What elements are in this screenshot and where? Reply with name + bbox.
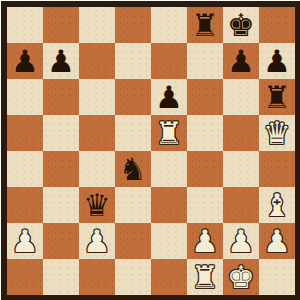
square-h8[interactable] bbox=[259, 7, 295, 43]
square-h4[interactable] bbox=[259, 151, 295, 187]
square-d8[interactable] bbox=[115, 7, 151, 43]
square-c2[interactable]: ♟ bbox=[79, 223, 115, 259]
square-e2[interactable] bbox=[151, 223, 187, 259]
black-rook[interactable]: ♜ bbox=[259, 79, 295, 115]
square-f8[interactable]: ♜ bbox=[187, 7, 223, 43]
square-h1[interactable] bbox=[259, 259, 295, 295]
square-b4[interactable] bbox=[43, 151, 79, 187]
square-e3[interactable] bbox=[151, 187, 187, 223]
square-a2[interactable]: ♟ bbox=[7, 223, 43, 259]
square-e6[interactable]: ♟ bbox=[151, 79, 187, 115]
square-d3[interactable] bbox=[115, 187, 151, 223]
square-h7[interactable]: ♟ bbox=[259, 43, 295, 79]
square-g8[interactable]: ♚ bbox=[223, 7, 259, 43]
square-f3[interactable] bbox=[187, 187, 223, 223]
square-e7[interactable] bbox=[151, 43, 187, 79]
square-b2[interactable] bbox=[43, 223, 79, 259]
square-c6[interactable] bbox=[79, 79, 115, 115]
square-a4[interactable] bbox=[7, 151, 43, 187]
square-d4[interactable]: ♞ bbox=[115, 151, 151, 187]
square-c8[interactable] bbox=[79, 7, 115, 43]
square-b5[interactable] bbox=[43, 115, 79, 151]
white-pawn[interactable]: ♟ bbox=[223, 223, 259, 259]
square-g5[interactable] bbox=[223, 115, 259, 151]
square-g1[interactable]: ♚ bbox=[223, 259, 259, 295]
square-d1[interactable] bbox=[115, 259, 151, 295]
square-d7[interactable] bbox=[115, 43, 151, 79]
chess-board-screenshot: ♜♚♟♟♟♟♟♜♜♛♞♛♝♟♟♟♟♟♜♚ bbox=[0, 0, 300, 300]
square-a1[interactable] bbox=[7, 259, 43, 295]
square-h3[interactable]: ♝ bbox=[259, 187, 295, 223]
square-a7[interactable]: ♟ bbox=[7, 43, 43, 79]
square-f6[interactable] bbox=[187, 79, 223, 115]
square-e5[interactable]: ♜ bbox=[151, 115, 187, 151]
square-g6[interactable] bbox=[223, 79, 259, 115]
square-b7[interactable]: ♟ bbox=[43, 43, 79, 79]
white-king[interactable]: ♚ bbox=[223, 259, 259, 295]
square-g2[interactable]: ♟ bbox=[223, 223, 259, 259]
white-pawn[interactable]: ♟ bbox=[79, 223, 115, 259]
square-f5[interactable] bbox=[187, 115, 223, 151]
chess-board: ♜♚♟♟♟♟♟♜♜♛♞♛♝♟♟♟♟♟♜♚ bbox=[7, 7, 295, 295]
black-king[interactable]: ♚ bbox=[223, 7, 259, 43]
square-g4[interactable] bbox=[223, 151, 259, 187]
black-pawn[interactable]: ♟ bbox=[43, 43, 79, 79]
black-rook[interactable]: ♜ bbox=[187, 7, 223, 43]
square-a8[interactable] bbox=[7, 7, 43, 43]
black-pawn[interactable]: ♟ bbox=[223, 43, 259, 79]
white-queen[interactable]: ♛ bbox=[259, 115, 295, 151]
square-c1[interactable] bbox=[79, 259, 115, 295]
square-f4[interactable] bbox=[187, 151, 223, 187]
square-c3[interactable]: ♛ bbox=[79, 187, 115, 223]
square-b3[interactable] bbox=[43, 187, 79, 223]
square-a3[interactable] bbox=[7, 187, 43, 223]
square-g7[interactable]: ♟ bbox=[223, 43, 259, 79]
black-queen[interactable]: ♛ bbox=[79, 187, 115, 223]
square-d6[interactable] bbox=[115, 79, 151, 115]
square-h6[interactable]: ♜ bbox=[259, 79, 295, 115]
white-pawn[interactable]: ♟ bbox=[7, 223, 43, 259]
square-f7[interactable] bbox=[187, 43, 223, 79]
square-f2[interactable]: ♟ bbox=[187, 223, 223, 259]
black-knight[interactable]: ♞ bbox=[115, 151, 151, 187]
white-pawn[interactable]: ♟ bbox=[259, 223, 295, 259]
square-c7[interactable] bbox=[79, 43, 115, 79]
square-d5[interactable] bbox=[115, 115, 151, 151]
square-e1[interactable] bbox=[151, 259, 187, 295]
square-b6[interactable] bbox=[43, 79, 79, 115]
square-a6[interactable] bbox=[7, 79, 43, 115]
white-rook[interactable]: ♜ bbox=[187, 259, 223, 295]
square-b8[interactable] bbox=[43, 7, 79, 43]
square-c5[interactable] bbox=[79, 115, 115, 151]
square-a5[interactable] bbox=[7, 115, 43, 151]
white-bishop[interactable]: ♝ bbox=[259, 187, 295, 223]
black-pawn[interactable]: ♟ bbox=[151, 79, 187, 115]
square-g3[interactable] bbox=[223, 187, 259, 223]
board-frame: ♜♚♟♟♟♟♟♜♜♛♞♛♝♟♟♟♟♟♜♚ bbox=[1, 1, 300, 300]
square-c4[interactable] bbox=[79, 151, 115, 187]
white-rook[interactable]: ♜ bbox=[151, 115, 187, 151]
square-e4[interactable] bbox=[151, 151, 187, 187]
white-pawn[interactable]: ♟ bbox=[187, 223, 223, 259]
square-h2[interactable]: ♟ bbox=[259, 223, 295, 259]
square-d2[interactable] bbox=[115, 223, 151, 259]
black-pawn[interactable]: ♟ bbox=[7, 43, 43, 79]
square-b1[interactable] bbox=[43, 259, 79, 295]
black-pawn[interactable]: ♟ bbox=[259, 43, 295, 79]
square-h5[interactable]: ♛ bbox=[259, 115, 295, 151]
square-e8[interactable] bbox=[151, 7, 187, 43]
square-f1[interactable]: ♜ bbox=[187, 259, 223, 295]
